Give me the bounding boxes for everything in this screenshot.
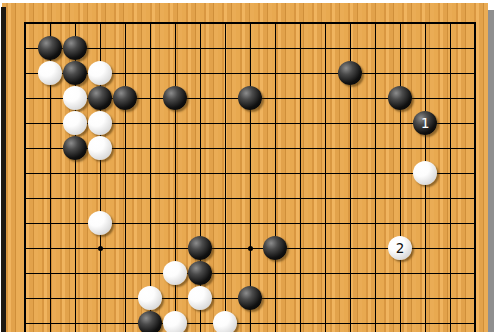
grid-line-horizontal	[24, 273, 476, 274]
move-number-label: 2	[388, 236, 412, 260]
white-stone	[63, 86, 87, 110]
black-stone	[63, 36, 87, 60]
black-stone	[163, 86, 187, 110]
black-stone	[388, 86, 412, 110]
black-stone	[188, 236, 212, 260]
grid-line-horizontal	[24, 22, 476, 24]
grid-line-vertical	[450, 22, 451, 332]
star-point	[248, 246, 253, 251]
grid-line-horizontal	[24, 198, 476, 199]
grid-line-vertical	[125, 22, 126, 332]
go-diagram: 12	[0, 0, 500, 332]
white-stone	[413, 161, 437, 185]
grid-line-horizontal	[24, 323, 476, 324]
black-stone	[238, 86, 262, 110]
white-stone	[63, 111, 87, 135]
grid-line-vertical	[474, 22, 476, 332]
grid-line-vertical	[400, 22, 401, 332]
white-stone	[88, 111, 112, 135]
white-stone	[88, 211, 112, 235]
grid-line-horizontal	[24, 48, 476, 49]
grid-line-vertical	[325, 22, 326, 332]
white-stone	[163, 311, 187, 332]
grid-line-vertical	[175, 22, 176, 332]
grid-line-vertical	[300, 22, 301, 332]
board-left-edge	[1, 7, 6, 332]
grid-line-vertical	[24, 22, 26, 332]
white-stone-move-2: 2	[388, 236, 412, 260]
black-stone	[138, 311, 162, 332]
black-stone	[88, 86, 112, 110]
white-stone	[138, 286, 162, 310]
black-stone	[338, 61, 362, 85]
black-stone	[38, 36, 62, 60]
black-stone-move-1: 1	[413, 111, 437, 135]
white-stone	[188, 286, 212, 310]
grid-line-horizontal	[24, 173, 476, 174]
black-stone	[263, 236, 287, 260]
white-stone	[88, 136, 112, 160]
white-stone	[88, 61, 112, 85]
black-stone	[238, 286, 262, 310]
black-stone	[63, 136, 87, 160]
black-stone	[63, 61, 87, 85]
white-stone	[163, 261, 187, 285]
move-number-label: 1	[413, 111, 437, 135]
grid-line-vertical	[275, 22, 276, 332]
white-stone	[38, 61, 62, 85]
grid-line-vertical	[225, 22, 226, 332]
black-stone	[188, 261, 212, 285]
star-point	[98, 246, 103, 251]
white-stone	[213, 311, 237, 332]
black-stone	[113, 86, 137, 110]
grid-line-vertical	[375, 22, 376, 332]
